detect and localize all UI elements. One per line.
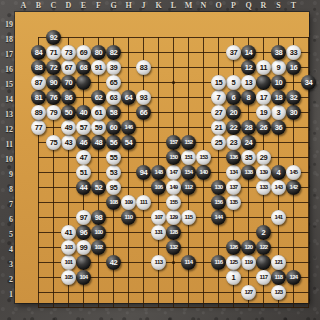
move-number: 102 <box>94 240 102 255</box>
stone-J7[interactable]: 107 <box>151 210 166 225</box>
stone-D18[interactable]: 69 <box>76 45 91 60</box>
stone-D17[interactable]: 68 <box>76 60 91 75</box>
row-label-4: 4 <box>0 245 13 255</box>
stone-Q6[interactable]: 2 <box>256 225 271 240</box>
stone-C12[interactable]: 43 <box>61 135 76 150</box>
stone-O5[interactable]: 126 <box>226 240 241 255</box>
move-number: 56 <box>110 135 118 150</box>
move-number: 87 <box>35 75 43 90</box>
move-number: 96 <box>80 225 88 240</box>
move-number: 2 <box>262 225 266 240</box>
stone-Q4-handicap[interactable] <box>256 255 271 270</box>
move-number: 35 <box>245 150 253 165</box>
move-number: 107 <box>154 210 162 225</box>
row-label-17: 17 <box>0 50 13 60</box>
move-number: 98 <box>95 210 103 225</box>
move-number: 33 <box>290 45 298 60</box>
stone-C3[interactable]: 105 <box>61 270 76 285</box>
stone-B15[interactable]: 76 <box>46 90 61 105</box>
stone-A15[interactable]: 81 <box>31 90 46 105</box>
stone-D11[interactable]: 47 <box>76 150 91 165</box>
move-number: 11 <box>260 60 267 75</box>
stone-Q9[interactable]: 133 <box>256 180 271 195</box>
stone-A13[interactable]: 77 <box>31 120 46 135</box>
stone-D14[interactable]: 40 <box>76 105 91 120</box>
stone-B17[interactable]: 72 <box>46 60 61 75</box>
move-number: 123 <box>274 285 282 300</box>
stone-D4-handicap[interactable] <box>76 255 91 270</box>
column-label-F: F <box>92 1 106 11</box>
stone-E17[interactable]: 91 <box>91 60 106 75</box>
move-number: 135 <box>229 195 237 210</box>
row-label-19: 19 <box>0 20 13 30</box>
stone-N15[interactable]: 7 <box>211 90 226 105</box>
move-number: 23 <box>230 135 238 150</box>
move-number: 124 <box>289 270 297 285</box>
stone-C15[interactable]: 86 <box>61 90 76 105</box>
move-number: 44 <box>80 180 88 195</box>
move-number: 146 <box>124 120 132 135</box>
stone-J9[interactable]: 106 <box>151 180 166 195</box>
stone-R13[interactable]: 36 <box>271 120 286 135</box>
stone-R10[interactable]: 4 <box>271 165 286 180</box>
stone-E6[interactable]: 100 <box>91 225 106 240</box>
move-number: 118 <box>275 270 283 285</box>
move-number: 8 <box>247 90 251 105</box>
stone-O14[interactable]: 20 <box>226 105 241 120</box>
stone-O16[interactable]: 5 <box>226 75 241 90</box>
stone-M11[interactable]: 153 <box>196 150 211 165</box>
row-label-11: 11 <box>0 140 13 150</box>
stone-R18[interactable]: 38 <box>271 45 286 60</box>
move-number: 106 <box>154 180 162 195</box>
stone-E15[interactable]: 62 <box>91 90 106 105</box>
star-point <box>172 261 175 264</box>
stone-H14[interactable]: 66 <box>136 105 151 120</box>
move-number: 117 <box>260 270 268 285</box>
stone-H15[interactable]: 93 <box>136 90 151 105</box>
stone-P15[interactable]: 8 <box>241 90 256 105</box>
stone-H17[interactable]: 83 <box>136 60 151 75</box>
stone-K5[interactable]: 132 <box>166 240 181 255</box>
move-number: 82 <box>110 45 118 60</box>
stone-R2[interactable]: 123 <box>271 285 286 300</box>
move-number: 83 <box>140 60 148 75</box>
row-label-16: 16 <box>0 65 13 75</box>
stone-E13[interactable]: 59 <box>91 120 106 135</box>
stone-D10[interactable]: 51 <box>76 165 91 180</box>
stone-N4[interactable]: 116 <box>211 255 226 270</box>
move-number: 145 <box>289 165 297 180</box>
stone-N8[interactable]: 156 <box>211 195 226 210</box>
stone-C18[interactable]: 73 <box>61 45 76 60</box>
move-number: 58 <box>110 105 118 120</box>
move-number: 154 <box>184 165 192 180</box>
stone-B12[interactable]: 75 <box>46 135 61 150</box>
stone-E9[interactable]: 52 <box>91 180 106 195</box>
stone-D16-handicap[interactable] <box>76 75 91 90</box>
stone-G7[interactable]: 110 <box>121 210 136 225</box>
stone-A18[interactable]: 84 <box>31 45 46 60</box>
stone-S9[interactable]: 142 <box>286 180 301 195</box>
move-number: 101 <box>64 255 72 270</box>
stone-C16[interactable]: 70 <box>61 75 76 90</box>
move-number: 15 <box>215 75 223 90</box>
column-label-L: L <box>167 1 181 11</box>
move-number: 70 <box>65 75 73 90</box>
stone-D3[interactable]: 104 <box>76 270 91 285</box>
stone-O3[interactable]: 1 <box>226 270 241 285</box>
go-game-screenshot: 1234567891011121314151617181920212223242… <box>0 0 320 320</box>
move-number: 136 <box>229 150 237 165</box>
move-number: 53 <box>110 165 118 180</box>
stone-Q14[interactable]: 19 <box>256 105 271 120</box>
stone-L9[interactable]: 112 <box>181 180 196 195</box>
stone-P13[interactable]: 28 <box>241 120 256 135</box>
stone-C14[interactable]: 50 <box>61 105 76 120</box>
stone-B16[interactable]: 90 <box>46 75 61 90</box>
stone-L10[interactable]: 154 <box>181 165 196 180</box>
stone-F13[interactable]: 60 <box>106 120 121 135</box>
move-number: 37 <box>230 45 238 60</box>
stone-D12[interactable]: 46 <box>76 135 91 150</box>
stone-Q13[interactable]: 26 <box>256 120 271 135</box>
row-label-15: 15 <box>0 80 13 90</box>
move-number: 86 <box>65 90 73 105</box>
stone-Q5[interactable]: 122 <box>256 240 271 255</box>
move-number: 27 <box>215 105 223 120</box>
stone-B14[interactable]: 79 <box>46 105 61 120</box>
stone-D5[interactable]: 99 <box>76 240 91 255</box>
stone-O10[interactable]: 134 <box>226 165 241 180</box>
row-label-6: 6 <box>0 215 13 225</box>
move-number: 63 <box>110 90 118 105</box>
move-number: 46 <box>80 135 88 150</box>
move-number: 28 <box>245 120 253 135</box>
move-number: 147 <box>169 165 177 180</box>
move-number: 54 <box>125 135 133 150</box>
move-number: 110 <box>125 210 133 225</box>
move-number: 64 <box>125 90 133 105</box>
stone-S14[interactable]: 30 <box>286 105 301 120</box>
move-number: 43 <box>65 135 73 150</box>
stone-E18[interactable]: 80 <box>91 45 106 60</box>
stone-A16[interactable]: 87 <box>31 75 46 90</box>
move-number: 65 <box>110 75 118 90</box>
row-label-13: 13 <box>0 110 13 120</box>
move-number: 9 <box>277 60 281 75</box>
move-number: 88 <box>35 60 43 75</box>
column-label-R: R <box>257 1 271 11</box>
move-number: 66 <box>140 105 148 120</box>
row-label-18: 18 <box>0 35 13 45</box>
move-number: 77 <box>35 120 43 135</box>
move-number: 99 <box>80 240 88 255</box>
stone-R16[interactable]: 10 <box>271 75 286 90</box>
move-number: 30 <box>290 105 298 120</box>
stone-E12[interactable]: 48 <box>91 135 106 150</box>
move-number: 131 <box>154 225 162 240</box>
stone-K9[interactable]: 149 <box>166 180 181 195</box>
stone-O13[interactable]: 22 <box>226 120 241 135</box>
move-number: 55 <box>110 150 118 165</box>
move-number: 156 <box>214 195 222 210</box>
stone-F16[interactable]: 65 <box>106 75 121 90</box>
board-grid[interactable]: 1234567891011121314151617181920212223242… <box>38 37 309 308</box>
move-number: 72 <box>50 60 58 75</box>
row-label-5: 5 <box>0 230 13 240</box>
move-number: 113 <box>155 255 163 270</box>
stone-F4[interactable]: 42 <box>106 255 121 270</box>
move-number: 143 <box>274 180 282 195</box>
stone-D13[interactable]: 57 <box>76 120 91 135</box>
move-number: 57 <box>80 120 88 135</box>
stone-R17[interactable]: 9 <box>271 60 286 75</box>
stone-S10[interactable]: 145 <box>286 165 301 180</box>
move-number: 34 <box>305 75 313 90</box>
move-number: 128 <box>169 225 177 240</box>
move-number: 91 <box>95 60 103 75</box>
move-number: 19 <box>260 105 268 120</box>
stone-C4[interactable]: 101 <box>61 255 76 270</box>
stone-Q10[interactable]: 139 <box>256 165 271 180</box>
move-number: 129 <box>169 210 177 225</box>
move-number: 79 <box>50 105 58 120</box>
move-number: 25 <box>215 135 223 150</box>
stone-J4[interactable]: 113 <box>151 255 166 270</box>
stone-K10[interactable]: 147 <box>166 165 181 180</box>
move-number: 16 <box>290 60 298 75</box>
stone-D9[interactable]: 44 <box>76 180 91 195</box>
move-number: 142 <box>289 180 297 195</box>
move-number: 114 <box>185 255 193 270</box>
move-number: 29 <box>260 150 268 165</box>
stone-P16[interactable]: 13 <box>241 75 256 90</box>
stone-F9[interactable]: 95 <box>106 180 121 195</box>
stone-C6[interactable]: 41 <box>61 225 76 240</box>
move-number: 80 <box>95 45 103 60</box>
row-label-1: 1 <box>0 290 13 300</box>
move-number: 105 <box>64 270 72 285</box>
stone-A14[interactable]: 89 <box>31 105 46 120</box>
move-number: 40 <box>80 105 88 120</box>
stone-R14[interactable]: 3 <box>271 105 286 120</box>
stone-F14[interactable]: 58 <box>106 105 121 120</box>
move-number: 150 <box>169 150 177 165</box>
move-number: 111 <box>140 195 148 210</box>
stone-O15[interactable]: 6 <box>226 90 241 105</box>
stone-S15[interactable]: 32 <box>286 90 301 105</box>
row-label-14: 14 <box>0 95 13 105</box>
stone-S3[interactable]: 124 <box>286 270 301 285</box>
move-number: 22 <box>230 120 238 135</box>
stone-F18[interactable]: 82 <box>106 45 121 60</box>
move-number: 137 <box>229 180 237 195</box>
move-number: 133 <box>259 180 267 195</box>
stone-O8[interactable]: 135 <box>226 195 241 210</box>
stone-C17[interactable]: 67 <box>61 60 76 75</box>
stone-F15[interactable]: 63 <box>106 90 121 105</box>
row-label-10: 10 <box>0 155 13 165</box>
move-number: 32 <box>290 90 298 105</box>
move-number: 149 <box>169 180 177 195</box>
stone-O11[interactable]: 136 <box>226 150 241 165</box>
stone-P18[interactable]: 14 <box>241 45 256 60</box>
stone-T16[interactable]: 34 <box>301 75 316 90</box>
stone-L12[interactable]: 152 <box>181 135 196 150</box>
stone-P11[interactable]: 35 <box>241 150 256 165</box>
stone-K11[interactable]: 150 <box>166 150 181 165</box>
row-label-3: 3 <box>0 260 13 270</box>
stone-C13[interactable]: 49 <box>61 120 76 135</box>
row-label-9: 9 <box>0 170 13 180</box>
move-number: 49 <box>65 120 73 135</box>
stone-Q17[interactable]: 11 <box>256 60 271 75</box>
column-label-H: H <box>122 1 136 11</box>
stone-G12[interactable]: 54 <box>121 135 136 150</box>
column-label-T: T <box>287 1 301 11</box>
move-number: 122 <box>259 240 267 255</box>
move-number: 13 <box>245 75 253 90</box>
stone-N7[interactable]: 144 <box>211 210 226 225</box>
move-number: 69 <box>80 45 88 60</box>
stone-B19[interactable]: 92 <box>46 30 61 45</box>
move-number: 17 <box>260 90 268 105</box>
stone-P2[interactable]: 127 <box>241 285 256 300</box>
move-number: 126 <box>229 240 237 255</box>
move-number: 26 <box>260 120 268 135</box>
move-number: 20 <box>230 105 238 120</box>
move-number: 121 <box>274 255 282 270</box>
stone-K12[interactable]: 157 <box>166 135 181 150</box>
stone-K7[interactable]: 129 <box>166 210 181 225</box>
move-number: 127 <box>244 285 252 300</box>
move-number: 48 <box>95 135 103 150</box>
stone-D7[interactable]: 97 <box>76 210 91 225</box>
move-number: 115 <box>185 210 193 225</box>
column-label-J: J <box>137 1 151 11</box>
stone-D6[interactable]: 96 <box>76 225 91 240</box>
stone-F12[interactable]: 56 <box>106 135 121 150</box>
stone-H10[interactable]: 94 <box>136 165 151 180</box>
move-number: 76 <box>50 90 58 105</box>
move-number: 157 <box>169 135 177 150</box>
move-number: 130 <box>214 180 222 195</box>
stone-A17[interactable]: 88 <box>31 60 46 75</box>
stone-R3[interactable]: 118 <box>271 270 286 285</box>
stone-L11[interactable]: 151 <box>181 150 196 165</box>
stone-N9[interactable]: 130 <box>211 180 226 195</box>
stone-M10[interactable]: 140 <box>196 165 211 180</box>
move-number: 141 <box>274 210 282 225</box>
column-label-B: B <box>32 1 46 11</box>
move-number: 93 <box>140 90 148 105</box>
go-board[interactable]: 1234567891011121314151617181920212223242… <box>15 12 309 303</box>
stone-J6[interactable]: 131 <box>151 225 166 240</box>
move-number: 39 <box>110 60 118 75</box>
stone-S18[interactable]: 33 <box>286 45 301 60</box>
stone-F10[interactable]: 53 <box>106 165 121 180</box>
column-label-C: C <box>47 1 61 11</box>
move-number: 138 <box>244 165 252 180</box>
stone-R7[interactable]: 141 <box>271 210 286 225</box>
move-number: 4 <box>277 165 281 180</box>
move-number: 139 <box>259 165 267 180</box>
move-number: 153 <box>199 150 207 165</box>
column-label-G: G <box>107 1 121 11</box>
column-label-P: P <box>227 1 241 11</box>
column-label-Q: Q <box>242 1 256 11</box>
stone-N16[interactable]: 15 <box>211 75 226 90</box>
stone-P5[interactable]: 120 <box>241 240 256 255</box>
move-number: 5 <box>232 75 236 90</box>
stone-F17[interactable]: 39 <box>106 60 121 75</box>
stone-Q15[interactable]: 17 <box>256 90 271 105</box>
stone-P12[interactable]: 24 <box>241 135 256 150</box>
stone-N13[interactable]: 21 <box>211 120 226 135</box>
column-label-K: K <box>152 1 166 11</box>
move-number: 18 <box>275 90 283 105</box>
stone-G15[interactable]: 64 <box>121 90 136 105</box>
column-label-N: N <box>197 1 211 11</box>
stone-P10[interactable]: 138 <box>241 165 256 180</box>
stone-L4[interactable]: 114 <box>181 255 196 270</box>
stone-K6[interactable]: 128 <box>166 225 181 240</box>
stone-K8[interactable]: 155 <box>166 195 181 210</box>
stone-E5[interactable]: 102 <box>91 240 106 255</box>
stone-E14[interactable]: 61 <box>91 105 106 120</box>
stone-C5[interactable]: 103 <box>61 240 76 255</box>
stone-B18[interactable]: 71 <box>46 45 61 60</box>
stone-P4[interactable]: 119 <box>241 255 256 270</box>
move-number: 73 <box>65 45 73 60</box>
stone-F8[interactable]: 108 <box>106 195 121 210</box>
stone-N12[interactable]: 25 <box>211 135 226 150</box>
row-label-8: 8 <box>0 185 13 195</box>
stone-Q3[interactable]: 117 <box>256 270 271 285</box>
stone-Q11[interactable]: 29 <box>256 150 271 165</box>
move-number: 12 <box>245 60 253 75</box>
stone-E7[interactable]: 98 <box>91 210 106 225</box>
move-number: 3 <box>277 105 281 120</box>
move-number: 50 <box>65 105 73 120</box>
stone-H8[interactable]: 111 <box>136 195 151 210</box>
row-label-2: 2 <box>0 275 13 285</box>
stone-O18[interactable]: 37 <box>226 45 241 60</box>
stone-P17[interactable]: 12 <box>241 60 256 75</box>
stone-O9[interactable]: 137 <box>226 180 241 195</box>
move-number: 108 <box>109 195 117 210</box>
stone-O4[interactable]: 125 <box>226 255 241 270</box>
stone-N14[interactable]: 27 <box>211 105 226 120</box>
stone-Q16-handicap[interactable] <box>256 75 271 90</box>
stone-F11[interactable]: 55 <box>106 150 121 165</box>
stone-O12[interactable]: 23 <box>226 135 241 150</box>
stone-R15[interactable]: 18 <box>271 90 286 105</box>
stone-R9[interactable]: 143 <box>271 180 286 195</box>
move-number: 42 <box>110 255 118 270</box>
stone-S17[interactable]: 16 <box>286 60 301 75</box>
stone-L7[interactable]: 115 <box>181 210 196 225</box>
move-number: 71 <box>50 45 58 60</box>
move-number: 67 <box>65 60 73 75</box>
stone-J10[interactable]: 148 <box>151 165 166 180</box>
stone-R4[interactable]: 121 <box>271 255 286 270</box>
stone-G13[interactable]: 146 <box>121 120 136 135</box>
move-number: 68 <box>80 60 88 75</box>
stone-G8[interactable]: 109 <box>121 195 136 210</box>
move-number: 152 <box>184 135 192 150</box>
